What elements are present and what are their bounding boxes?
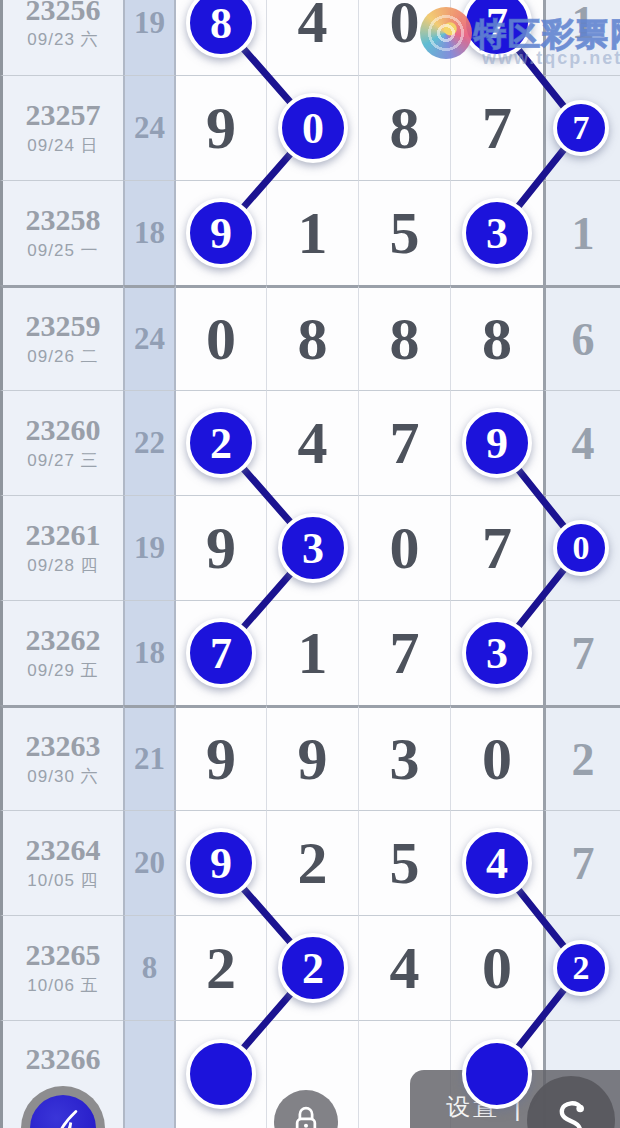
- s-button[interactable]: [527, 1076, 615, 1128]
- digit-value: 1: [572, 207, 595, 260]
- digit-value: 4: [298, 0, 328, 57]
- digit-cell: 5: [359, 810, 451, 915]
- digit-cell: [451, 0, 543, 75]
- digit-value: 3: [390, 725, 420, 794]
- digit-cell: 0: [451, 915, 543, 1020]
- digit-cell: [451, 810, 543, 915]
- issue-number: 23260: [26, 414, 101, 446]
- digit-value: 0: [390, 0, 420, 57]
- digit-cell: 3: [359, 705, 451, 810]
- digit-cell: 4: [359, 915, 451, 1020]
- issue-number: 23256: [26, 0, 101, 25]
- draw-date: 10/06 五: [27, 974, 98, 997]
- digit-cell: [451, 390, 543, 495]
- digit-value: 4: [572, 417, 595, 470]
- draw-date: 09/27 三: [27, 449, 98, 472]
- digit-value: 5: [390, 199, 420, 268]
- draw-date: 09/28 四: [27, 554, 98, 577]
- digit-value: 6: [572, 313, 595, 366]
- digit-value: 9: [206, 514, 236, 583]
- sum-value: 20: [134, 845, 165, 881]
- issue-number: 23265: [26, 939, 101, 971]
- sum-value: 24: [134, 321, 165, 357]
- digit-value: 7: [482, 94, 512, 163]
- issue-date-cell: 2325909/26 二: [0, 285, 123, 390]
- draw-date: 09/30 六: [27, 765, 98, 788]
- sum-cell: 24: [123, 75, 176, 180]
- digit-value: 9: [298, 725, 328, 794]
- sum-value: 8: [142, 950, 158, 986]
- digit-cell: 8: [359, 285, 451, 390]
- issue-date-cell: 2325709/24 日: [0, 75, 123, 180]
- digit-value: 0: [390, 514, 420, 583]
- digit-value: 0: [482, 725, 512, 794]
- sum-value: 22: [134, 425, 165, 461]
- sum-value: 24: [134, 110, 165, 146]
- digit-cell: [267, 915, 359, 1020]
- digit-value: 7: [572, 837, 595, 890]
- digit-cell: [543, 495, 620, 600]
- issue-date-cell: 2326109/28 四: [0, 495, 123, 600]
- digit-value: 7: [482, 514, 512, 583]
- digit-cell: [176, 600, 267, 705]
- digit-cell: 4: [543, 390, 620, 495]
- digit-value: 2: [298, 829, 328, 898]
- digit-value: 7: [390, 409, 420, 478]
- draw-date: 09/25 一: [27, 239, 98, 262]
- issue-number: 23262: [26, 624, 101, 656]
- digit-cell: 1: [267, 600, 359, 705]
- digit-cell: [176, 810, 267, 915]
- issue-number: 23257: [26, 99, 101, 131]
- digit-cell: 9: [267, 705, 359, 810]
- draw-date: 10/05 四: [27, 869, 98, 892]
- digit-cell: 1: [267, 180, 359, 285]
- digit-cell: [176, 0, 267, 75]
- digit-cell: 7: [543, 810, 620, 915]
- digit-value: 1: [298, 619, 328, 688]
- digit-cell: 7: [359, 600, 451, 705]
- digit-cell: [543, 915, 620, 1020]
- digit-cell: 7: [543, 600, 620, 705]
- sum-value: 19: [134, 5, 165, 41]
- issue-date-cell: 2326209/29 五: [0, 600, 123, 705]
- s-icon: [544, 1092, 598, 1128]
- digit-cell: 7: [359, 390, 451, 495]
- issue-number: 23263: [26, 730, 101, 762]
- sum-cell: 19: [123, 0, 176, 75]
- digit-cell: 6: [543, 285, 620, 390]
- digit-cell: 0: [176, 285, 267, 390]
- digit-value: 4: [390, 934, 420, 1003]
- draw-date: 09/26 二: [27, 345, 98, 368]
- trend-chart: 2325609/23 六194012325709/24 日24987232580…: [0, 0, 620, 1128]
- sum-value: 19: [134, 530, 165, 566]
- prediction-dot[interactable]: [462, 1039, 532, 1109]
- digit-cell: [451, 180, 543, 285]
- digit-cell: 4: [267, 390, 359, 495]
- digit-value: 0: [206, 305, 236, 374]
- digit-cell: 0: [451, 705, 543, 810]
- digit-cell: 9: [176, 495, 267, 600]
- lottery-trend-screen: 2325609/23 六194012325709/24 日24987232580…: [0, 0, 620, 1128]
- issue-number: 23266: [26, 1043, 101, 1075]
- issue-date-cell: 2326009/27 三: [0, 390, 123, 495]
- digit-cell: [451, 600, 543, 705]
- trend-grid: 2325609/23 六194012325709/24 日24987232580…: [0, 0, 620, 1128]
- prediction-dot[interactable]: [186, 1039, 256, 1109]
- digit-value: 1: [298, 199, 328, 268]
- digit-cell: [176, 390, 267, 495]
- digit-value: 9: [206, 94, 236, 163]
- sum-value: 18: [134, 215, 165, 251]
- issue-date-cell: 2326510/06 五: [0, 915, 123, 1020]
- digit-cell: 8: [267, 285, 359, 390]
- sum-cell: 19: [123, 495, 176, 600]
- digit-value: 7: [572, 627, 595, 680]
- sum-cell: 22: [123, 390, 176, 495]
- digit-cell: 8: [451, 285, 543, 390]
- signature-icon: [30, 1095, 96, 1128]
- sum-cell: [123, 1020, 176, 1128]
- digit-cell: 0: [359, 495, 451, 600]
- digit-value: 8: [390, 94, 420, 163]
- digit-cell: 7: [451, 75, 543, 180]
- digit-cell: 7: [451, 495, 543, 600]
- digit-value: 9: [206, 725, 236, 794]
- sum-cell: 18: [123, 600, 176, 705]
- digit-cell: [176, 180, 267, 285]
- issue-number: 23259: [26, 310, 101, 342]
- digit-cell: 8: [359, 75, 451, 180]
- sum-cell: 20: [123, 810, 176, 915]
- digit-value: 8: [298, 305, 328, 374]
- digit-cell: 9: [176, 75, 267, 180]
- issue-number: 23261: [26, 519, 101, 551]
- digit-cell: [267, 495, 359, 600]
- digit-value: 8: [482, 305, 512, 374]
- sum-value: 21: [134, 741, 165, 777]
- issue-date-cell: 2326309/30 六: [0, 705, 123, 810]
- digit-cell: [267, 75, 359, 180]
- sum-cell: 18: [123, 180, 176, 285]
- sum-cell: 21: [123, 705, 176, 810]
- sum-cell: 24: [123, 285, 176, 390]
- digit-value: 2: [572, 733, 595, 786]
- digit-cell: 2: [267, 810, 359, 915]
- digit-cell: [543, 75, 620, 180]
- lock-icon: [289, 1102, 323, 1128]
- issue-number: 23264: [26, 834, 101, 866]
- digit-value: 0: [482, 934, 512, 1003]
- digit-value: 7: [390, 619, 420, 688]
- draw-date: 09/24 日: [27, 134, 98, 157]
- digit-value: 1: [572, 0, 595, 49]
- digit-value: 4: [298, 409, 328, 478]
- sum-cell: 8: [123, 915, 176, 1020]
- issue-number: 23258: [26, 204, 101, 236]
- issue-date-cell: 2325809/25 一: [0, 180, 123, 285]
- digit-cell: 0: [359, 0, 451, 75]
- digit-cell: 5: [359, 180, 451, 285]
- draw-date: 09/29 五: [27, 659, 98, 682]
- digit-cell: 4: [267, 0, 359, 75]
- digit-cell: 9: [176, 705, 267, 810]
- digit-value: 2: [206, 934, 236, 1003]
- digit-value: 8: [390, 305, 420, 374]
- digit-cell: 2: [543, 705, 620, 810]
- issue-date-cell: 2325609/23 六: [0, 0, 123, 75]
- digit-cell: 1: [543, 180, 620, 285]
- digit-cell: 1: [543, 0, 620, 75]
- digit-value: 5: [390, 829, 420, 898]
- draw-date: 09/23 六: [27, 28, 98, 51]
- digit-cell: 2: [176, 915, 267, 1020]
- sum-value: 18: [134, 635, 165, 671]
- issue-date-cell: 2326410/05 四: [0, 810, 123, 915]
